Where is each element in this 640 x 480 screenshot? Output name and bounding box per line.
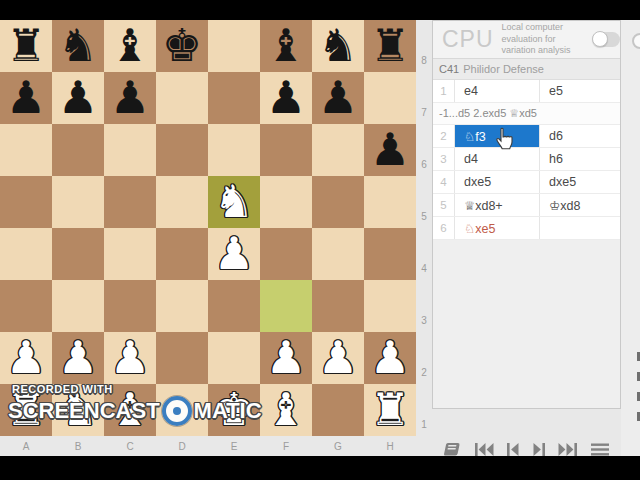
rank-label-5: 5	[416, 176, 432, 228]
black-pawn-h6[interactable]: ♟	[370, 124, 410, 176]
black-pawn-c7[interactable]: ♟	[110, 72, 150, 124]
move-white-1[interactable]: e4	[454, 80, 539, 102]
square-d5[interactable]	[156, 176, 208, 228]
panel-empty-area	[433, 240, 620, 408]
move-number: 5	[433, 194, 454, 216]
square-e2[interactable]	[208, 332, 260, 384]
chess-board: ♜♞♝♚♝♞♜♟♟♟♟♟♟♞♟♟♟♟♟♟♟♜♞♝♚♝♜	[0, 20, 416, 436]
watermark-recorded-with: RECORDED WITH	[12, 383, 262, 395]
move-black-6[interactable]	[539, 217, 620, 239]
screen: ♜♞♝♚♝♞♜♟♟♟♟♟♟♞♟♟♟♟♟♟♟♜♞♝♚♝♜ 87654321 ABC…	[0, 0, 640, 480]
square-a5[interactable]	[0, 176, 52, 228]
move-white-2[interactable]: ♘f3	[454, 125, 539, 147]
square-g3[interactable]	[312, 280, 364, 332]
square-e4[interactable]: ♟	[208, 228, 260, 280]
rank-label-4: 4	[416, 228, 432, 280]
move-white-6[interactable]: ♘xe5	[454, 217, 539, 239]
menu-icon[interactable]	[591, 443, 609, 456]
white-pawn-h2[interactable]: ♟	[370, 332, 410, 384]
square-a7[interactable]: ♟	[0, 72, 52, 124]
square-g7[interactable]: ♟	[312, 72, 364, 124]
square-d4[interactable]	[156, 228, 208, 280]
square-h1[interactable]: ♜	[364, 384, 416, 436]
move-black-4[interactable]: dxe5	[539, 171, 620, 193]
file-label-b: B	[52, 436, 104, 456]
black-rook-h8[interactable]: ♜	[370, 20, 410, 72]
move-black-1[interactable]: e5	[539, 80, 620, 102]
move-row-3: 3d4h6	[433, 148, 620, 171]
square-b5[interactable]	[52, 176, 104, 228]
black-pawn-g7[interactable]: ♟	[318, 72, 358, 124]
opening-eco: C41	[439, 63, 459, 75]
square-f3[interactable]	[260, 280, 312, 332]
opening-title: Philidor Defense	[463, 63, 544, 75]
move-black-2[interactable]: d6	[539, 125, 620, 147]
square-d7[interactable]	[156, 72, 208, 124]
white-knight-e5[interactable]: ♞	[214, 176, 254, 228]
move-row-5: 5♕xd8+♔xd8	[433, 194, 620, 217]
square-f5[interactable]	[260, 176, 312, 228]
square-c7[interactable]: ♟	[104, 72, 156, 124]
move-list: 1e4e5-1...d5 2.exd5 ♕xd52♘f3d63d4h64dxe5…	[433, 80, 620, 240]
next-move-icon[interactable]	[533, 443, 545, 456]
square-b2[interactable]: ♟	[52, 332, 104, 384]
square-a3[interactable]	[0, 280, 52, 332]
file-label-d: D	[156, 436, 208, 456]
white-pawn-a2[interactable]: ♟	[6, 332, 46, 384]
move-number: 6	[433, 217, 454, 239]
letterbox-bottom	[0, 456, 640, 480]
black-knight-b8[interactable]: ♞	[58, 20, 98, 72]
white-pawn-f2[interactable]: ♟	[266, 332, 306, 384]
engine-header: CPU Local computer evaluation for variat…	[433, 21, 620, 59]
square-h5[interactable]	[364, 176, 416, 228]
move-number: 2	[433, 125, 454, 147]
rank-label-2: 2	[416, 332, 432, 384]
square-h7[interactable]	[364, 72, 416, 124]
square-b6[interactable]	[52, 124, 104, 176]
square-e6[interactable]	[208, 124, 260, 176]
move-number: 4	[433, 171, 454, 193]
square-h8[interactable]: ♜	[364, 20, 416, 72]
watermark-brand-left: SCREENCAST	[8, 398, 160, 424]
black-rook-a8[interactable]: ♜	[6, 20, 46, 72]
white-pawn-g2[interactable]: ♟	[318, 332, 358, 384]
engine-label: CPU	[442, 26, 494, 53]
square-d8[interactable]: ♚	[156, 20, 208, 72]
square-b3[interactable]	[52, 280, 104, 332]
rank-label-6: 6	[416, 124, 432, 176]
square-c3[interactable]	[104, 280, 156, 332]
white-rook-h1[interactable]: ♜	[370, 384, 410, 436]
square-a2[interactable]: ♟	[0, 332, 52, 384]
engine-toggle-knob	[592, 31, 608, 47]
file-label-g: G	[312, 436, 364, 456]
white-pawn-b2[interactable]: ♟	[58, 332, 98, 384]
square-g1[interactable]	[312, 384, 364, 436]
screencast-watermark: RECORDED WITH SCREENCAST MATIC	[8, 383, 262, 426]
opening-book-icon[interactable]	[444, 442, 461, 457]
square-d6[interactable]	[156, 124, 208, 176]
black-knight-g8[interactable]: ♞	[318, 20, 358, 72]
previous-move-icon[interactable]	[507, 443, 519, 456]
move-number: 3	[433, 148, 454, 170]
square-c8[interactable]: ♝	[104, 20, 156, 72]
black-bishop-f8[interactable]: ♝	[266, 20, 306, 72]
move-black-5[interactable]: ♔xd8	[539, 194, 620, 216]
square-h4[interactable]	[364, 228, 416, 280]
file-label-h: H	[364, 436, 416, 456]
square-f2[interactable]: ♟	[260, 332, 312, 384]
rank-label-8: 8	[416, 20, 432, 72]
square-g6[interactable]	[312, 124, 364, 176]
black-bishop-c8[interactable]: ♝	[110, 20, 150, 72]
rank-label-3: 3	[416, 280, 432, 332]
square-g2[interactable]: ♟	[312, 332, 364, 384]
first-move-icon[interactable]	[475, 443, 494, 456]
move-white-3[interactable]: d4	[454, 148, 539, 170]
letterbox-top	[0, 0, 640, 20]
square-e8[interactable]	[208, 20, 260, 72]
file-labels: ABCDEFGH	[0, 436, 416, 456]
square-c2[interactable]: ♟	[104, 332, 156, 384]
move-row-2: 2♘f3d6	[433, 125, 620, 148]
file-label-a: A	[0, 436, 52, 456]
last-move-icon[interactable]	[558, 443, 577, 456]
square-f7[interactable]: ♟	[260, 72, 312, 124]
file-label-f: F	[260, 436, 312, 456]
move-number: 1	[433, 80, 454, 102]
square-a6[interactable]	[0, 124, 52, 176]
square-h2[interactable]: ♟	[364, 332, 416, 384]
watermark-brand-right: MATIC	[194, 398, 262, 424]
white-pawn-c2[interactable]: ♟	[110, 332, 150, 384]
cut-off-side-column	[621, 20, 640, 456]
square-f8[interactable]: ♝	[260, 20, 312, 72]
cut-off-toggle	[632, 33, 640, 49]
square-h3[interactable]	[364, 280, 416, 332]
square-c6[interactable]	[104, 124, 156, 176]
square-c5[interactable]	[104, 176, 156, 228]
white-bishop-f1[interactable]: ♝	[266, 384, 306, 436]
square-e7[interactable]	[208, 72, 260, 124]
square-a8[interactable]: ♜	[0, 20, 52, 72]
move-row-1: 1e4e5	[433, 80, 620, 103]
black-pawn-b7[interactable]: ♟	[58, 72, 98, 124]
black-pawn-a7[interactable]: ♟	[6, 72, 46, 124]
file-label-c: C	[104, 436, 156, 456]
square-g8[interactable]: ♞	[312, 20, 364, 72]
variation-line[interactable]: -1...d5 2.exd5 ♕xd5	[433, 103, 620, 125]
engine-description: Local computer evaluation for variation …	[502, 22, 589, 57]
rank-label-7: 7	[416, 72, 432, 124]
square-c4[interactable]	[104, 228, 156, 280]
move-white-5[interactable]: ♕xd8+	[454, 194, 539, 216]
square-f1[interactable]: ♝	[260, 384, 312, 436]
white-pawn-e4[interactable]: ♟	[214, 228, 254, 280]
opening-name: C41 Philidor Defense	[433, 59, 620, 80]
black-king-d8[interactable]: ♚	[162, 20, 202, 72]
screencast-o-matic-logo-icon	[162, 396, 192, 426]
square-f4[interactable]	[260, 228, 312, 280]
square-d2[interactable]	[156, 332, 208, 384]
move-row-4: 4dxe5dxe5	[433, 171, 620, 194]
move-black-3[interactable]: h6	[539, 148, 620, 170]
square-b4[interactable]	[52, 228, 104, 280]
move-row-6: 6♘xe5	[433, 217, 620, 240]
file-label-e: E	[208, 436, 260, 456]
square-a4[interactable]	[0, 228, 52, 280]
square-h6[interactable]: ♟	[364, 124, 416, 176]
square-g5[interactable]	[312, 176, 364, 228]
rank-labels: 87654321	[416, 20, 432, 436]
analysis-panel: CPU Local computer evaluation for variat…	[432, 20, 621, 409]
black-pawn-f7[interactable]: ♟	[266, 72, 306, 124]
square-e3[interactable]	[208, 280, 260, 332]
square-e5[interactable]: ♞	[208, 176, 260, 228]
square-g4[interactable]	[312, 228, 364, 280]
square-b7[interactable]: ♟	[52, 72, 104, 124]
rank-label-1: 1	[416, 384, 432, 436]
move-white-4[interactable]: dxe5	[454, 171, 539, 193]
square-b8[interactable]: ♞	[52, 20, 104, 72]
square-f6[interactable]	[260, 124, 312, 176]
square-d3[interactable]	[156, 280, 208, 332]
engine-toggle[interactable]	[593, 32, 620, 47]
